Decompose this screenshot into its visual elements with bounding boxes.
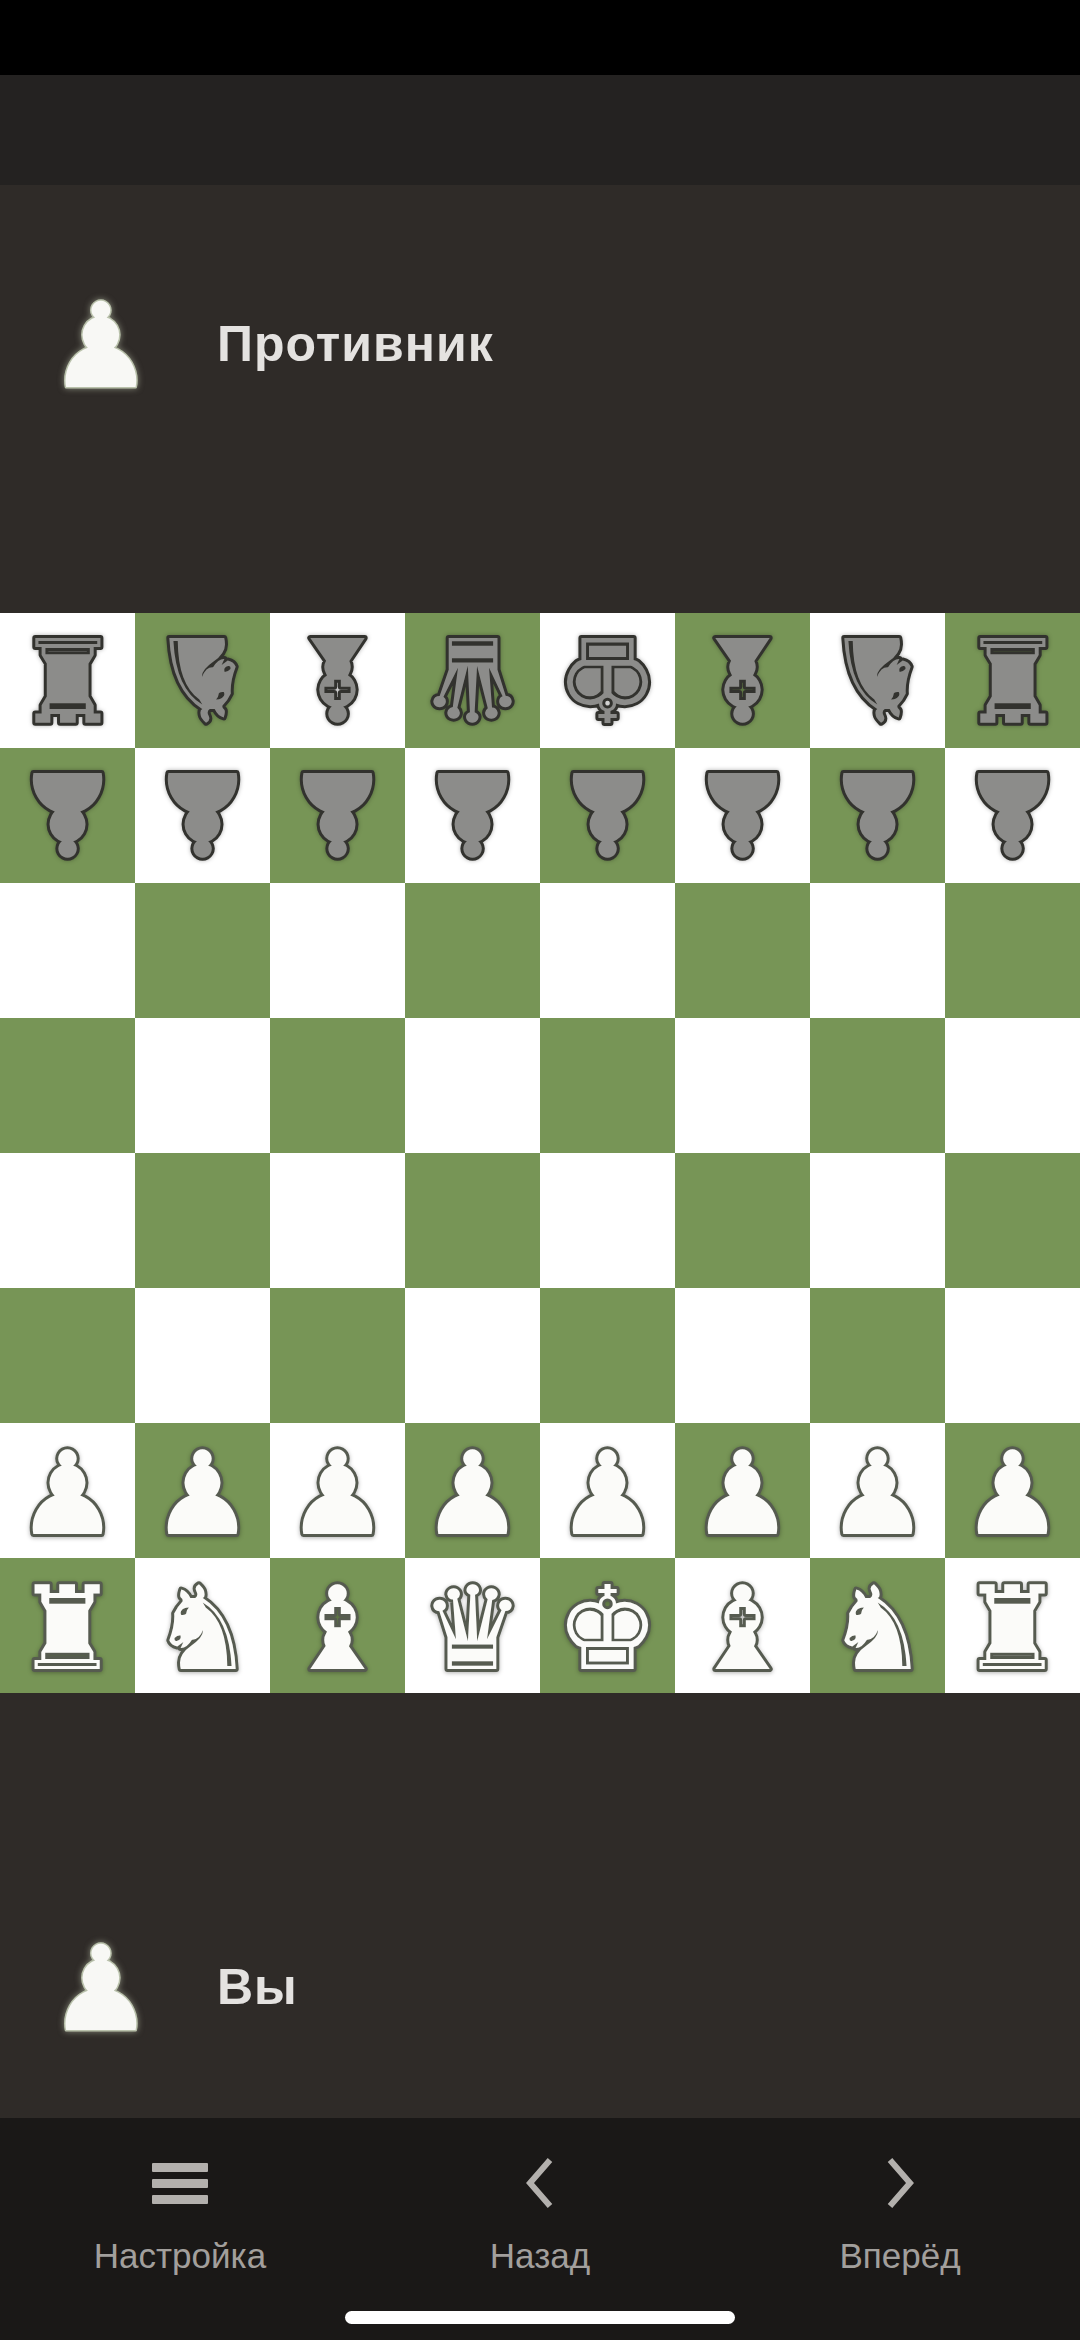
square-d8[interactable]: ♛ (405, 613, 540, 748)
opponent-section: ♟ Противник (0, 185, 1080, 613)
app-bar (0, 75, 1080, 185)
piece-white-rook: ♜ (0, 1558, 135, 1693)
square-a2[interactable]: ♟ (0, 1423, 135, 1558)
svg-text:♝: ♝ (691, 1561, 795, 1694)
piece-black-knight: ♞ (135, 613, 270, 748)
svg-text:♟: ♟ (691, 1426, 795, 1559)
piece-white-pawn: ♟ (135, 1423, 270, 1558)
svg-text:♟: ♟ (826, 1426, 930, 1559)
nav-label-forward: Вперёд (839, 2236, 960, 2276)
svg-text:♟: ♟ (961, 1426, 1065, 1559)
piece-white-pawn: ♟ (945, 1423, 1080, 1558)
svg-text:♟: ♟ (421, 748, 525, 881)
piece-black-pawn: ♟ (135, 748, 270, 883)
piece-black-pawn: ♟ (0, 748, 135, 883)
nav-item-forward[interactable]: Вперёд (720, 2118, 1080, 2340)
nav-label-back: Назад (490, 2236, 590, 2276)
square-b6[interactable] (135, 883, 270, 1018)
square-e2[interactable]: ♟ (540, 1423, 675, 1558)
square-g1[interactable]: ♞ (810, 1558, 945, 1693)
square-a6[interactable] (0, 883, 135, 1018)
square-e8[interactable]: ♚ (540, 613, 675, 748)
piece-white-king: ♚ (540, 1558, 675, 1693)
square-a8[interactable]: ♜ (0, 613, 135, 748)
piece-white-pawn: ♟ (0, 1423, 135, 1558)
svg-text:♜: ♜ (16, 1561, 120, 1694)
square-e1[interactable]: ♚ (540, 1558, 675, 1693)
svg-text:♛: ♛ (421, 1561, 525, 1694)
chess-board[interactable]: ♜♞♝♛♚♝♞♜♟♟♟♟♟♟♟♟♟♟♟♟♟♟♟♟♜♞♝♛♚♝♞♜ (0, 613, 1080, 1693)
square-b3[interactable] (135, 1288, 270, 1423)
opponent-name: Противник (217, 315, 494, 373)
svg-text:♞: ♞ (151, 1561, 255, 1694)
square-e4[interactable] (540, 1153, 675, 1288)
square-a5[interactable] (0, 1018, 135, 1153)
square-h5[interactable] (945, 1018, 1080, 1153)
square-d7[interactable]: ♟ (405, 748, 540, 883)
nav-item-back[interactable]: Назад (360, 2118, 720, 2340)
piece-black-rook: ♜ (0, 613, 135, 748)
square-f2[interactable]: ♟ (675, 1423, 810, 1558)
piece-white-pawn: ♟ (810, 1423, 945, 1558)
square-h7[interactable]: ♟ (945, 748, 1080, 883)
nav-label-settings: Настройка (94, 2236, 266, 2276)
svg-text:♟: ♟ (151, 748, 255, 881)
svg-text:♜: ♜ (961, 613, 1065, 746)
square-c2[interactable]: ♟ (270, 1423, 405, 1558)
svg-text:♟: ♟ (16, 748, 120, 881)
bottom-nav-bar: Настройка Назад Вперёд (0, 2118, 1080, 2340)
square-d4[interactable] (405, 1153, 540, 1288)
svg-text:♝: ♝ (286, 613, 390, 746)
home-indicator[interactable] (345, 2311, 735, 2324)
square-a1[interactable]: ♜ (0, 1558, 135, 1693)
square-h6[interactable] (945, 883, 1080, 1018)
nav-item-settings[interactable]: Настройка (0, 2118, 360, 2340)
square-b2[interactable]: ♟ (135, 1423, 270, 1558)
svg-text:♟: ♟ (151, 1426, 255, 1559)
piece-white-pawn: ♟ (675, 1423, 810, 1558)
piece-white-pawn: ♟ (405, 1423, 540, 1558)
square-g5[interactable] (810, 1018, 945, 1153)
piece-black-knight: ♞ (810, 613, 945, 748)
square-e7[interactable]: ♟ (540, 748, 675, 883)
square-h8[interactable]: ♜ (945, 613, 1080, 748)
square-g4[interactable] (810, 1153, 945, 1288)
opponent-pawn-icon: ♟ (54, 280, 149, 408)
square-h1[interactable]: ♜ (945, 1558, 1080, 1693)
piece-black-bishop: ♝ (675, 613, 810, 748)
square-f6[interactable] (675, 883, 810, 1018)
svg-text:♛: ♛ (421, 613, 525, 746)
square-a7[interactable]: ♟ (0, 748, 135, 883)
piece-black-pawn: ♟ (675, 748, 810, 883)
chess-app-screen: ♟ Противник ♜♞♝♛♚♝♞♜♟♟♟♟♟♟♟♟♟♟♟♟♟♟♟♟♜♞♝♛… (0, 0, 1080, 2340)
square-d5[interactable] (405, 1018, 540, 1153)
square-f3[interactable] (675, 1288, 810, 1423)
svg-text:♟: ♟ (556, 1426, 660, 1559)
square-h4[interactable] (945, 1153, 1080, 1288)
square-e6[interactable] (540, 883, 675, 1018)
square-b7[interactable]: ♟ (135, 748, 270, 883)
square-d3[interactable] (405, 1288, 540, 1423)
piece-white-pawn: ♟ (540, 1423, 675, 1558)
square-a3[interactable] (0, 1288, 135, 1423)
svg-text:♟: ♟ (54, 280, 149, 408)
svg-text:♟: ♟ (286, 748, 390, 881)
square-f8[interactable]: ♝ (675, 613, 810, 748)
status-bar (0, 0, 1080, 75)
square-f5[interactable] (675, 1018, 810, 1153)
square-g3[interactable] (810, 1288, 945, 1423)
svg-text:♚: ♚ (556, 613, 660, 746)
square-d2[interactable]: ♟ (405, 1423, 540, 1558)
svg-text:♝: ♝ (286, 1561, 390, 1694)
svg-text:♝: ♝ (691, 613, 795, 746)
square-f7[interactable]: ♟ (675, 748, 810, 883)
svg-text:♟: ♟ (421, 1426, 525, 1559)
square-a4[interactable] (0, 1153, 135, 1288)
svg-text:♟: ♟ (961, 748, 1065, 881)
svg-text:♞: ♞ (826, 1561, 930, 1694)
piece-white-bishop: ♝ (270, 1558, 405, 1693)
square-h2[interactable]: ♟ (945, 1423, 1080, 1558)
svg-text:♟: ♟ (54, 1923, 149, 2051)
opponent-row: ♟ Противник (54, 185, 1080, 408)
chevron-left-icon (521, 2156, 559, 2210)
square-g7[interactable]: ♟ (810, 748, 945, 883)
square-b4[interactable] (135, 1153, 270, 1288)
svg-text:♟: ♟ (826, 748, 930, 881)
piece-black-pawn: ♟ (270, 748, 405, 883)
piece-white-knight: ♞ (135, 1558, 270, 1693)
square-e5[interactable] (540, 1018, 675, 1153)
chevron-right-icon (881, 2156, 919, 2210)
svg-text:♟: ♟ (286, 1426, 390, 1559)
piece-black-pawn: ♟ (405, 748, 540, 883)
svg-text:♜: ♜ (16, 613, 120, 746)
svg-text:♟: ♟ (556, 748, 660, 881)
hamburger-menu-icon (152, 2156, 208, 2210)
svg-text:♞: ♞ (151, 613, 255, 746)
square-f1[interactable]: ♝ (675, 1558, 810, 1693)
square-g8[interactable]: ♞ (810, 613, 945, 748)
piece-white-bishop: ♝ (675, 1558, 810, 1693)
svg-text:♚: ♚ (556, 1561, 660, 1694)
square-c8[interactable]: ♝ (270, 613, 405, 748)
piece-black-bishop: ♝ (270, 613, 405, 748)
square-c5[interactable] (270, 1018, 405, 1153)
you-name: Вы (217, 1958, 298, 2016)
piece-black-king: ♚ (540, 613, 675, 748)
you-pawn-icon: ♟ (54, 1923, 149, 2051)
you-section: ♟ Вы (0, 1693, 1080, 2118)
square-c6[interactable] (270, 883, 405, 1018)
piece-black-pawn: ♟ (540, 748, 675, 883)
square-g6[interactable] (810, 883, 945, 1018)
piece-black-queen: ♛ (405, 613, 540, 748)
piece-white-pawn: ♟ (270, 1423, 405, 1558)
square-c4[interactable] (270, 1153, 405, 1288)
piece-white-knight: ♞ (810, 1558, 945, 1693)
piece-white-rook: ♜ (945, 1558, 1080, 1693)
square-b8[interactable]: ♞ (135, 613, 270, 748)
square-b5[interactable] (135, 1018, 270, 1153)
square-c1[interactable]: ♝ (270, 1558, 405, 1693)
square-c7[interactable]: ♟ (270, 748, 405, 883)
square-d1[interactable]: ♛ (405, 1558, 540, 1693)
you-row: ♟ Вы (54, 1693, 1080, 2051)
svg-text:♜: ♜ (961, 1561, 1065, 1694)
square-h3[interactable] (945, 1288, 1080, 1423)
square-f4[interactable] (675, 1153, 810, 1288)
square-b1[interactable]: ♞ (135, 1558, 270, 1693)
square-g2[interactable]: ♟ (810, 1423, 945, 1558)
piece-black-pawn: ♟ (810, 748, 945, 883)
square-e3[interactable] (540, 1288, 675, 1423)
piece-black-rook: ♜ (945, 613, 1080, 748)
square-c3[interactable] (270, 1288, 405, 1423)
svg-text:♞: ♞ (826, 613, 930, 746)
svg-text:♟: ♟ (691, 748, 795, 881)
square-d6[interactable] (405, 883, 540, 1018)
piece-black-pawn: ♟ (945, 748, 1080, 883)
svg-text:♟: ♟ (16, 1426, 120, 1559)
piece-white-queen: ♛ (405, 1558, 540, 1693)
